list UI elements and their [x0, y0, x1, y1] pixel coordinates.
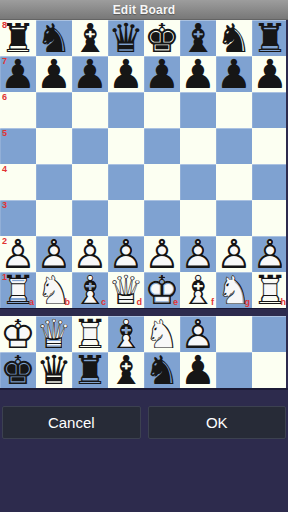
file-label-h: h	[281, 298, 287, 307]
square-f7[interactable]: ♟	[180, 56, 216, 92]
rank-label-1: 1	[2, 273, 7, 282]
square-g1[interactable]: g♞♘	[216, 272, 252, 308]
square-g4[interactable]	[216, 164, 252, 200]
palette-empty-square	[216, 352, 252, 388]
square-b5[interactable]	[36, 128, 72, 164]
black-pawn-piece: ♟	[72, 56, 108, 92]
square-b7[interactable]: ♟	[36, 56, 72, 92]
square-c4[interactable]	[72, 164, 108, 200]
ok-button[interactable]: OK	[148, 406, 287, 439]
file-label-d: d	[137, 298, 143, 307]
square-f1[interactable]: f♝♗	[180, 272, 216, 308]
rank-label-7: 7	[2, 57, 7, 66]
file-label-e: e	[173, 298, 178, 307]
palette-black-knight[interactable]: ♞	[144, 352, 180, 388]
screen-edge-strip	[286, 20, 288, 388]
square-h1[interactable]: h♜♖	[252, 272, 288, 308]
file-label-f: f	[211, 298, 214, 307]
square-a4[interactable]: 4	[0, 164, 36, 200]
palette-black-bishop[interactable]: ♝	[108, 352, 144, 388]
square-a5[interactable]: 5	[0, 128, 36, 164]
square-c6[interactable]	[72, 92, 108, 128]
file-label-g: g	[245, 298, 251, 307]
square-a7[interactable]: 7♟	[0, 56, 36, 92]
cancel-button[interactable]: Cancel	[2, 406, 141, 439]
rank-label-4: 4	[2, 165, 7, 174]
black-pawn-piece: ♟	[180, 56, 216, 92]
rank-label-6: 6	[2, 93, 7, 102]
square-a6[interactable]: 6	[0, 92, 36, 128]
square-d4[interactable]	[108, 164, 144, 200]
file-label-b: b	[65, 298, 71, 307]
square-c7[interactable]: ♟	[72, 56, 108, 92]
square-e7[interactable]: ♟	[144, 56, 180, 92]
palette-empty-square	[216, 316, 252, 352]
square-g5[interactable]	[216, 128, 252, 164]
black-pawn-piece: ♟	[36, 56, 72, 92]
file-label-a: a	[29, 298, 34, 307]
black-pawn-piece: ♟	[144, 56, 180, 92]
black-king-piece: ♚	[0, 352, 36, 388]
square-h5[interactable]	[252, 128, 288, 164]
square-d1[interactable]: d♛♕	[108, 272, 144, 308]
square-f6[interactable]	[180, 92, 216, 128]
square-e4[interactable]	[144, 164, 180, 200]
square-c1[interactable]: c♝♗	[72, 272, 108, 308]
palette-empty-square	[252, 316, 288, 352]
square-b6[interactable]	[36, 92, 72, 128]
black-pawn-piece: ♟	[252, 56, 288, 92]
square-e6[interactable]	[144, 92, 180, 128]
palette-black-rook[interactable]: ♜	[72, 352, 108, 388]
square-b4[interactable]	[36, 164, 72, 200]
palette-black-pawn[interactable]: ♟	[180, 352, 216, 388]
black-pawn-piece: ♟	[108, 56, 144, 92]
rank-label-2: 2	[2, 237, 7, 246]
black-knight-piece: ♞	[144, 352, 180, 388]
rank-label-8: 8	[2, 21, 7, 30]
bottom-panel: Cancel OK	[0, 388, 288, 512]
black-bishop-piece: ♝	[108, 352, 144, 388]
chess-board: 8♜♞♝♛♚♝♞♜7♟♟♟♟♟♟♟♟65432♟♙♟♙♟♙♟♙♟♙♟♙♟♙♟♙1…	[0, 20, 288, 308]
square-b1[interactable]: b♞♘	[36, 272, 72, 308]
square-d6[interactable]	[108, 92, 144, 128]
square-d5[interactable]	[108, 128, 144, 164]
square-f5[interactable]	[180, 128, 216, 164]
piece-palette: ♚♔♛♕♜♖♝♗♞♘♟♙♚♛♜♝♞♟	[0, 316, 288, 388]
square-c5[interactable]	[72, 128, 108, 164]
dialog-buttons: Cancel OK	[2, 406, 286, 439]
square-d7[interactable]: ♟	[108, 56, 144, 92]
black-pawn-piece: ♟	[180, 352, 216, 388]
square-g6[interactable]	[216, 92, 252, 128]
file-label-c: c	[101, 298, 106, 307]
square-e5[interactable]	[144, 128, 180, 164]
square-f4[interactable]	[180, 164, 216, 200]
square-a1[interactable]: 1a♜♖	[0, 272, 36, 308]
black-rook-piece: ♜	[72, 352, 108, 388]
rank-label-5: 5	[2, 129, 7, 138]
rank-label-3: 3	[2, 201, 7, 210]
black-queen-piece: ♛	[36, 352, 72, 388]
square-g7[interactable]: ♟	[216, 56, 252, 92]
palette-black-king[interactable]: ♚	[0, 352, 36, 388]
black-pawn-piece: ♟	[216, 56, 252, 92]
square-h6[interactable]	[252, 92, 288, 128]
square-e1[interactable]: e♚♔	[144, 272, 180, 308]
palette-empty-square	[252, 352, 288, 388]
square-h7[interactable]: ♟	[252, 56, 288, 92]
square-h4[interactable]	[252, 164, 288, 200]
palette-black-queen[interactable]: ♛	[36, 352, 72, 388]
